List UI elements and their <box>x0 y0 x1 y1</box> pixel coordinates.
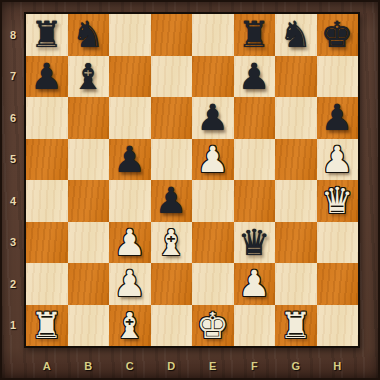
piece-black-pawn[interactable]: ♟ <box>321 97 353 138</box>
square-e3[interactable] <box>192 222 234 264</box>
piece-black-knight[interactable]: ♞ <box>280 14 312 55</box>
square-e7[interactable] <box>192 56 234 98</box>
piece-white-rook[interactable]: ♜ <box>31 305 63 346</box>
square-a2[interactable] <box>26 263 68 305</box>
rank-label-4: 4 <box>2 180 24 222</box>
square-a3[interactable] <box>26 222 68 264</box>
square-c6[interactable] <box>109 97 151 139</box>
square-h5[interactable]: ♟ <box>317 139 359 181</box>
square-c4[interactable] <box>109 180 151 222</box>
piece-black-rook[interactable]: ♜ <box>238 14 270 55</box>
square-g4[interactable] <box>275 180 317 222</box>
file-label-g: G <box>275 354 317 378</box>
square-a1[interactable]: ♜ <box>26 305 68 347</box>
square-g3[interactable] <box>275 222 317 264</box>
square-a5[interactable] <box>26 139 68 181</box>
square-g5[interactable] <box>275 139 317 181</box>
file-label-d: D <box>151 354 193 378</box>
piece-black-pawn[interactable]: ♟ <box>31 56 63 97</box>
piece-white-king[interactable]: ♚ <box>197 305 229 346</box>
square-d5[interactable] <box>151 139 193 181</box>
square-e8[interactable] <box>192 14 234 56</box>
piece-black-bishop[interactable]: ♝ <box>72 56 104 97</box>
square-f1[interactable] <box>234 305 276 347</box>
piece-white-pawn[interactable]: ♟ <box>114 263 146 304</box>
square-c2[interactable]: ♟ <box>109 263 151 305</box>
square-h3[interactable] <box>317 222 359 264</box>
square-h1[interactable] <box>317 305 359 347</box>
square-h4[interactable]: ♛ <box>317 180 359 222</box>
rank-label-5: 5 <box>2 139 24 181</box>
square-f2[interactable]: ♟ <box>234 263 276 305</box>
square-c3[interactable]: ♟ <box>109 222 151 264</box>
file-label-b: B <box>68 354 110 378</box>
square-f6[interactable] <box>234 97 276 139</box>
file-label-a: A <box>26 354 68 378</box>
piece-black-pawn[interactable]: ♟ <box>155 180 187 221</box>
square-f3[interactable]: ♛ <box>234 222 276 264</box>
square-b7[interactable]: ♝ <box>68 56 110 98</box>
file-label-c: C <box>109 354 151 378</box>
piece-black-pawn[interactable]: ♟ <box>238 56 270 97</box>
piece-white-pawn[interactable]: ♟ <box>238 263 270 304</box>
square-d2[interactable] <box>151 263 193 305</box>
square-e4[interactable] <box>192 180 234 222</box>
piece-black-pawn[interactable]: ♟ <box>114 139 146 180</box>
board: ♜♞♜♞♚♟♝♟♟♟♟♟♟♟♛♟♝♛♟♟♜♝♚♜ <box>24 12 360 348</box>
square-b3[interactable] <box>68 222 110 264</box>
square-e2[interactable] <box>192 263 234 305</box>
square-g1[interactable]: ♜ <box>275 305 317 347</box>
square-f4[interactable] <box>234 180 276 222</box>
square-b5[interactable] <box>68 139 110 181</box>
square-d3[interactable]: ♝ <box>151 222 193 264</box>
square-c7[interactable] <box>109 56 151 98</box>
file-label-e: E <box>192 354 234 378</box>
square-a8[interactable]: ♜ <box>26 14 68 56</box>
square-f7[interactable]: ♟ <box>234 56 276 98</box>
piece-white-pawn[interactable]: ♟ <box>197 139 229 180</box>
square-f8[interactable]: ♜ <box>234 14 276 56</box>
piece-white-rook[interactable]: ♜ <box>280 305 312 346</box>
square-d8[interactable] <box>151 14 193 56</box>
square-a7[interactable]: ♟ <box>26 56 68 98</box>
square-h6[interactable]: ♟ <box>317 97 359 139</box>
square-h8[interactable]: ♚ <box>317 14 359 56</box>
rank-label-8: 8 <box>2 14 24 56</box>
piece-white-pawn[interactable]: ♟ <box>321 139 353 180</box>
square-b6[interactable] <box>68 97 110 139</box>
square-c1[interactable]: ♝ <box>109 305 151 347</box>
square-g6[interactable] <box>275 97 317 139</box>
chess-board-frame: ♜♞♜♞♚♟♝♟♟♟♟♟♟♟♛♟♝♛♟♟♜♝♚♜ 87654321 ABCDEF… <box>0 0 380 380</box>
piece-black-queen[interactable]: ♛ <box>238 222 270 263</box>
piece-white-bishop[interactable]: ♝ <box>114 305 146 346</box>
square-b8[interactable]: ♞ <box>68 14 110 56</box>
rank-label-7: 7 <box>2 56 24 98</box>
square-c8[interactable] <box>109 14 151 56</box>
square-d4[interactable]: ♟ <box>151 180 193 222</box>
square-a4[interactable] <box>26 180 68 222</box>
square-d7[interactable] <box>151 56 193 98</box>
square-d6[interactable] <box>151 97 193 139</box>
rank-label-1: 1 <box>2 305 24 347</box>
piece-white-pawn[interactable]: ♟ <box>114 222 146 263</box>
square-e1[interactable]: ♚ <box>192 305 234 347</box>
square-g2[interactable] <box>275 263 317 305</box>
square-e5[interactable]: ♟ <box>192 139 234 181</box>
rank-label-6: 6 <box>2 97 24 139</box>
square-h2[interactable] <box>317 263 359 305</box>
square-d1[interactable] <box>151 305 193 347</box>
square-b4[interactable] <box>68 180 110 222</box>
piece-black-knight[interactable]: ♞ <box>72 14 104 55</box>
piece-black-pawn[interactable]: ♟ <box>197 97 229 138</box>
square-h7[interactable] <box>317 56 359 98</box>
piece-black-rook[interactable]: ♜ <box>31 14 63 55</box>
piece-white-queen[interactable]: ♛ <box>321 180 353 221</box>
piece-black-king[interactable]: ♚ <box>321 14 353 55</box>
file-label-f: F <box>234 354 276 378</box>
square-f5[interactable] <box>234 139 276 181</box>
piece-white-bishop[interactable]: ♝ <box>155 222 187 263</box>
square-b1[interactable] <box>68 305 110 347</box>
square-b2[interactable] <box>68 263 110 305</box>
square-c5[interactable]: ♟ <box>109 139 151 181</box>
square-a6[interactable] <box>26 97 68 139</box>
file-label-h: H <box>317 354 359 378</box>
rank-label-3: 3 <box>2 222 24 264</box>
square-e6[interactable]: ♟ <box>192 97 234 139</box>
square-g8[interactable]: ♞ <box>275 14 317 56</box>
rank-label-2: 2 <box>2 263 24 305</box>
square-g7[interactable] <box>275 56 317 98</box>
